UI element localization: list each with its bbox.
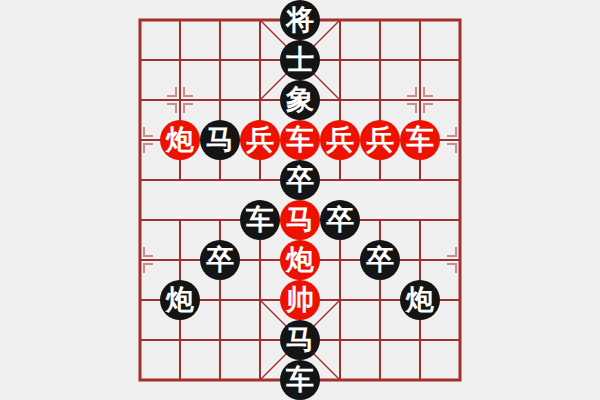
piece-black-soldier[interactable]: 卒 <box>360 240 400 280</box>
piece-black-advisor[interactable]: 士 <box>280 40 320 80</box>
piece-red-soldier[interactable]: 兵 <box>360 120 400 160</box>
piece-black-horse[interactable]: 马 <box>280 320 320 360</box>
piece-black-cannon[interactable]: 炮 <box>400 280 440 320</box>
xiangqi-board-diagram: 将士象炮马兵车兵兵车卒车马卒卒炮卒炮帅炮马车 <box>0 0 600 400</box>
piece-black-horse[interactable]: 马 <box>200 120 240 160</box>
piece-red-general[interactable]: 帅 <box>280 280 320 320</box>
piece-red-cannon[interactable]: 炮 <box>160 120 200 160</box>
piece-black-soldier[interactable]: 卒 <box>200 240 240 280</box>
piece-red-horse[interactable]: 马 <box>280 200 320 240</box>
piece-black-soldier[interactable]: 卒 <box>280 160 320 200</box>
pieces-layer: 将士象炮马兵车兵兵车卒车马卒卒炮卒炮帅炮马车 <box>120 0 480 400</box>
piece-red-soldier[interactable]: 兵 <box>240 120 280 160</box>
piece-black-chariot[interactable]: 车 <box>240 200 280 240</box>
piece-red-chariot[interactable]: 车 <box>400 120 440 160</box>
piece-red-soldier[interactable]: 兵 <box>320 120 360 160</box>
piece-black-general[interactable]: 将 <box>280 0 320 40</box>
piece-black-chariot[interactable]: 车 <box>280 360 320 400</box>
piece-black-soldier[interactable]: 卒 <box>320 200 360 240</box>
piece-red-chariot[interactable]: 车 <box>280 120 320 160</box>
piece-black-cannon[interactable]: 炮 <box>160 280 200 320</box>
piece-red-cannon[interactable]: 炮 <box>280 240 320 280</box>
piece-black-elephant[interactable]: 象 <box>280 80 320 120</box>
